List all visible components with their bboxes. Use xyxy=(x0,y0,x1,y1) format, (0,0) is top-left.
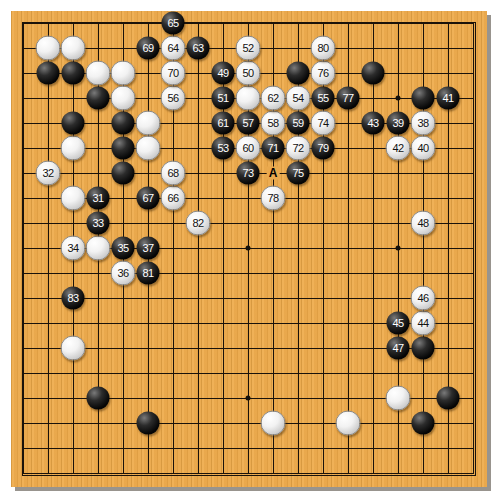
stone-white-36: 36 xyxy=(111,261,136,286)
stone-black xyxy=(137,412,160,435)
stone-black-59: 59 xyxy=(287,112,310,135)
stone-white xyxy=(386,386,411,411)
stone-black-33: 33 xyxy=(87,212,110,235)
grid-line-horizontal xyxy=(23,473,474,474)
stone-black xyxy=(412,337,435,360)
grid-line-vertical xyxy=(373,23,374,474)
grid-line-horizontal xyxy=(23,373,474,374)
grid-line-horizontal xyxy=(23,448,474,449)
stone-white xyxy=(86,61,111,86)
stone-black xyxy=(87,87,110,110)
stone-white-76: 76 xyxy=(311,61,336,86)
stone-black-65: 65 xyxy=(162,12,185,35)
stone-black xyxy=(112,112,135,135)
star-point xyxy=(246,246,251,251)
stone-white-70: 70 xyxy=(161,61,186,86)
stone-white-46: 46 xyxy=(411,286,436,311)
grid-line-vertical xyxy=(473,23,474,474)
grid-line-horizontal xyxy=(23,273,474,274)
stone-white-48: 48 xyxy=(411,211,436,236)
stone-white-66: 66 xyxy=(161,186,186,211)
stone-white xyxy=(111,86,136,111)
star-point xyxy=(396,96,401,101)
stone-white xyxy=(136,136,161,161)
stone-white-68: 68 xyxy=(161,161,186,186)
stone-black-73: 73 xyxy=(237,162,260,185)
stone-white-54: 54 xyxy=(286,86,311,111)
stone-white-40: 40 xyxy=(411,136,436,161)
stone-black-51: 51 xyxy=(212,87,235,110)
stone-black-53: 53 xyxy=(212,137,235,160)
grid-line-horizontal xyxy=(23,298,474,299)
stone-white-32: 32 xyxy=(36,161,61,186)
go-diagram-page: 3132333435363738394041424344454647484950… xyxy=(0,0,500,500)
stone-white-34: 34 xyxy=(61,236,86,261)
stone-white xyxy=(61,336,86,361)
stone-black xyxy=(112,137,135,160)
stone-black xyxy=(412,412,435,435)
stone-white xyxy=(111,61,136,86)
star-point xyxy=(396,246,401,251)
stone-black-77: 77 xyxy=(337,87,360,110)
stone-white-74: 74 xyxy=(311,111,336,136)
stone-black-35: 35 xyxy=(112,237,135,260)
stone-white xyxy=(261,411,286,436)
stone-black-43: 43 xyxy=(362,112,385,135)
stone-white-80: 80 xyxy=(311,36,336,61)
stone-white xyxy=(236,86,261,111)
stone-white xyxy=(61,186,86,211)
goban[interactable]: 3132333435363738394041424344454647484950… xyxy=(11,11,487,487)
stone-black xyxy=(112,162,135,185)
stone-white-72: 72 xyxy=(286,136,311,161)
stone-white-38: 38 xyxy=(411,111,436,136)
stone-black-31: 31 xyxy=(87,187,110,210)
stone-white xyxy=(336,411,361,436)
stone-black-55: 55 xyxy=(312,87,335,110)
stone-black xyxy=(362,62,385,85)
stone-black-75: 75 xyxy=(287,162,310,185)
stone-black xyxy=(87,387,110,410)
stone-black-63: 63 xyxy=(187,37,210,60)
stone-white-52: 52 xyxy=(236,36,261,61)
stone-white-60: 60 xyxy=(236,136,261,161)
stone-white xyxy=(86,236,111,261)
stone-white xyxy=(36,36,61,61)
stone-white-44: 44 xyxy=(411,311,436,336)
stone-white-78: 78 xyxy=(261,186,286,211)
stone-white xyxy=(136,111,161,136)
stone-white-56: 56 xyxy=(161,86,186,111)
stone-black-79: 79 xyxy=(312,137,335,160)
stone-black xyxy=(287,62,310,85)
stone-black-57: 57 xyxy=(237,112,260,135)
stone-white xyxy=(61,136,86,161)
stone-white-82: 82 xyxy=(186,211,211,236)
stone-white xyxy=(61,36,86,61)
stone-black xyxy=(62,112,85,135)
stone-black-39: 39 xyxy=(387,112,410,135)
stone-white-62: 62 xyxy=(261,86,286,111)
stone-black-41: 41 xyxy=(437,87,460,110)
stone-black-37: 37 xyxy=(137,237,160,260)
stone-black xyxy=(62,62,85,85)
stone-black-67: 67 xyxy=(137,187,160,210)
stone-black-69: 69 xyxy=(137,37,160,60)
stone-black-45: 45 xyxy=(387,312,410,335)
grid-line-horizontal xyxy=(23,423,474,424)
stone-white-50: 50 xyxy=(236,61,261,86)
stone-white-64: 64 xyxy=(161,36,186,61)
stone-white-58: 58 xyxy=(261,111,286,136)
stone-black xyxy=(437,387,460,410)
stone-white-42: 42 xyxy=(386,136,411,161)
stone-black xyxy=(37,62,60,85)
stone-black-47: 47 xyxy=(387,337,410,360)
stone-black xyxy=(412,87,435,110)
stone-black-83: 83 xyxy=(62,287,85,310)
stone-black-71: 71 xyxy=(262,137,285,160)
star-point xyxy=(246,396,251,401)
stone-black-61: 61 xyxy=(212,112,235,135)
point-label-A: A xyxy=(267,167,280,180)
stone-black-81: 81 xyxy=(137,262,160,285)
stone-black-49: 49 xyxy=(212,62,235,85)
